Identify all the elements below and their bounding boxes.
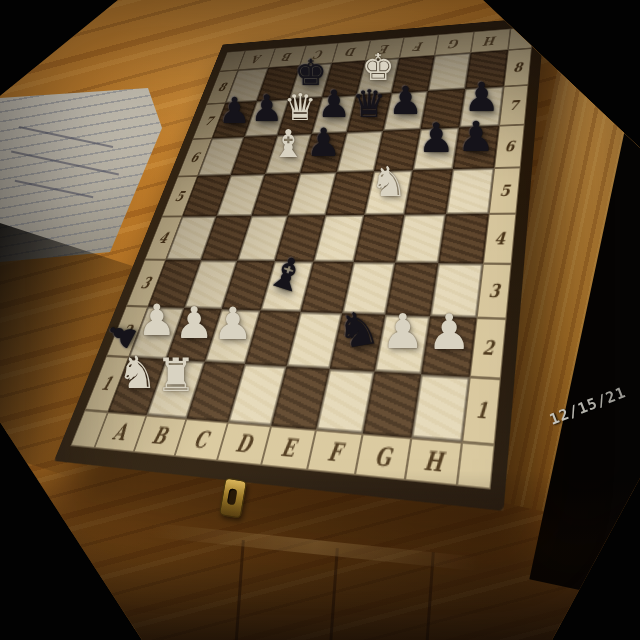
label-H: H <box>471 29 511 53</box>
label-5: 5 <box>489 167 521 214</box>
label-4: 4 <box>483 214 516 264</box>
frame-corner <box>508 27 534 50</box>
square-g7[interactable] <box>421 89 466 129</box>
label-3: 3 <box>477 264 512 319</box>
label-7: 7 <box>499 85 528 126</box>
square-h2[interactable] <box>421 316 476 377</box>
label-G: G <box>435 32 474 56</box>
label-E: E <box>365 37 404 60</box>
label-6: 6 <box>494 125 524 168</box>
handwriting-line <box>11 151 119 176</box>
photo-frame: ABCDEFGH ABCDEFGH 87654321 87654321 ♞♜♟♟… <box>0 0 640 640</box>
label-2: 2 <box>470 318 507 379</box>
square-h4[interactable] <box>438 214 489 264</box>
label-F: F <box>307 430 363 476</box>
square-h7[interactable] <box>459 86 504 127</box>
square-g4[interactable] <box>395 214 446 263</box>
photo: ABCDEFGH ABCDEFGH 87654321 87654321 ♞♜♟♟… <box>0 0 640 640</box>
square-h5[interactable] <box>446 168 494 214</box>
square-g8[interactable] <box>428 53 471 91</box>
square-g6[interactable] <box>413 127 459 170</box>
label-1: 1 <box>462 377 501 445</box>
bottom-shadow <box>0 470 640 640</box>
label-F: F <box>399 35 438 59</box>
square-h8[interactable] <box>465 50 508 89</box>
handwriting-line <box>15 180 94 199</box>
square-h3[interactable] <box>430 263 483 318</box>
square-h6[interactable] <box>453 126 499 169</box>
handwriting-line <box>19 126 113 148</box>
square-h1[interactable] <box>411 374 469 442</box>
label-8: 8 <box>504 48 532 86</box>
square-g5[interactable] <box>404 169 452 214</box>
